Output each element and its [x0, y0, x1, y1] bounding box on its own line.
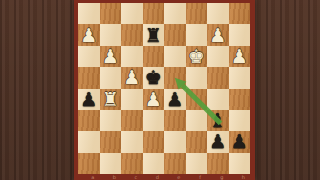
square-c5[interactable]: ♟	[121, 67, 143, 88]
square-b8[interactable]	[100, 3, 122, 24]
square-a5[interactable]	[78, 67, 100, 88]
square-h1[interactable]	[229, 153, 251, 174]
square-a4[interactable]: ♟	[78, 89, 100, 110]
square-e8[interactable]	[164, 3, 186, 24]
piece-black-pawn[interactable]: ♟	[231, 132, 248, 151]
piece-black-king[interactable]: ♚	[145, 68, 162, 87]
square-e2[interactable]	[164, 131, 186, 152]
square-b6[interactable]: ♟	[100, 46, 122, 67]
square-d3[interactable]	[143, 110, 165, 131]
piece-black-rook[interactable]: ♜	[145, 25, 162, 44]
piece-white-pawn[interactable]: ♟	[231, 46, 248, 65]
file-label-h: h	[233, 174, 255, 180]
square-c8[interactable]	[121, 3, 143, 24]
piece-black-pawn[interactable]: ♟	[209, 132, 226, 151]
square-c1[interactable]	[121, 153, 143, 174]
piece-white-pawn[interactable]: ♟	[123, 68, 140, 87]
square-a6[interactable]	[78, 46, 100, 67]
square-e7[interactable]	[164, 24, 186, 45]
square-b1[interactable]	[100, 153, 122, 174]
square-d6[interactable]	[143, 46, 165, 67]
square-a7[interactable]: ♟	[78, 24, 100, 45]
board-frame: ♟♜♟♟♚♟♟♚♟♜♟♟♝♟♟ abcdefgh	[74, 0, 255, 180]
piece-white-pawn[interactable]: ♟	[80, 25, 97, 44]
square-f3[interactable]	[186, 110, 208, 131]
square-f2[interactable]	[186, 131, 208, 152]
app-background: ♟♜♟♟♚♟♟♚♟♜♟♟♝♟♟ abcdefgh	[0, 0, 320, 180]
file-label-a: a	[82, 174, 104, 180]
piece-black-pawn[interactable]: ♟	[166, 89, 183, 108]
square-d1[interactable]	[143, 153, 165, 174]
piece-white-king[interactable]: ♚	[188, 46, 205, 65]
square-h6[interactable]: ♟	[229, 46, 251, 67]
square-c2[interactable]	[121, 131, 143, 152]
file-label-c: c	[125, 174, 147, 180]
file-label-b: b	[104, 174, 126, 180]
file-labels: abcdefgh	[82, 174, 254, 180]
square-b7[interactable]	[100, 24, 122, 45]
piece-white-pawn[interactable]: ♟	[209, 25, 226, 44]
square-d4[interactable]: ♟	[143, 89, 165, 110]
file-label-e: e	[168, 174, 190, 180]
square-d7[interactable]: ♜	[143, 24, 165, 45]
square-f5[interactable]	[186, 67, 208, 88]
square-g6[interactable]	[207, 46, 229, 67]
square-g1[interactable]	[207, 153, 229, 174]
piece-white-pawn[interactable]: ♟	[102, 46, 119, 65]
square-d8[interactable]	[143, 3, 165, 24]
square-f6[interactable]: ♚	[186, 46, 208, 67]
square-f8[interactable]	[186, 3, 208, 24]
square-g4[interactable]	[207, 89, 229, 110]
square-d2[interactable]	[143, 131, 165, 152]
square-h8[interactable]	[229, 3, 251, 24]
square-a2[interactable]	[78, 131, 100, 152]
square-a8[interactable]	[78, 3, 100, 24]
square-b2[interactable]	[100, 131, 122, 152]
piece-black-pawn[interactable]: ♟	[80, 89, 97, 108]
square-c7[interactable]	[121, 24, 143, 45]
square-h5[interactable]	[229, 67, 251, 88]
square-h3[interactable]	[229, 110, 251, 131]
square-g7[interactable]: ♟	[207, 24, 229, 45]
square-b3[interactable]	[100, 110, 122, 131]
square-e5[interactable]	[164, 67, 186, 88]
square-h7[interactable]	[229, 24, 251, 45]
file-label-d: d	[147, 174, 169, 180]
square-e3[interactable]	[164, 110, 186, 131]
square-a3[interactable]	[78, 110, 100, 131]
square-c4[interactable]	[121, 89, 143, 110]
square-f7[interactable]	[186, 24, 208, 45]
piece-white-pawn[interactable]: ♟	[145, 89, 162, 108]
square-g2[interactable]: ♟	[207, 131, 229, 152]
square-c3[interactable]	[121, 110, 143, 131]
square-d5[interactable]: ♚	[143, 67, 165, 88]
square-g3[interactable]: ♝	[207, 110, 229, 131]
square-c6[interactable]	[121, 46, 143, 67]
square-g8[interactable]	[207, 3, 229, 24]
file-label-g: g	[211, 174, 233, 180]
square-a1[interactable]	[78, 153, 100, 174]
square-f4[interactable]	[186, 89, 208, 110]
chess-board[interactable]: ♟♜♟♟♚♟♟♚♟♜♟♟♝♟♟	[78, 3, 250, 174]
square-e4[interactable]: ♟	[164, 89, 186, 110]
square-e1[interactable]	[164, 153, 186, 174]
file-label-f: f	[190, 174, 212, 180]
square-h4[interactable]	[229, 89, 251, 110]
square-g5[interactable]	[207, 67, 229, 88]
square-e6[interactable]	[164, 46, 186, 67]
piece-black-bishop[interactable]: ♝	[209, 111, 226, 130]
piece-white-rook[interactable]: ♜	[102, 89, 119, 108]
square-b5[interactable]	[100, 67, 122, 88]
square-h2[interactable]: ♟	[229, 131, 251, 152]
square-f1[interactable]	[186, 153, 208, 174]
square-b4[interactable]: ♜	[100, 89, 122, 110]
